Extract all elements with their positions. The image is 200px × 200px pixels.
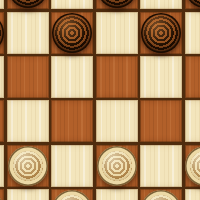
game-viewport [0, 0, 200, 200]
board-square[interactable] [7, 0, 49, 9]
board-square[interactable] [51, 12, 93, 54]
board-square[interactable] [140, 0, 182, 9]
dark-piece[interactable] [185, 0, 200, 8]
board-square[interactable] [7, 189, 49, 200]
board-square[interactable] [51, 56, 93, 98]
board-square[interactable] [0, 145, 4, 187]
board-square[interactable] [185, 100, 200, 142]
light-piece[interactable] [52, 190, 92, 200]
light-piece[interactable] [185, 146, 200, 186]
board-square[interactable] [96, 56, 138, 98]
board-square[interactable] [140, 56, 182, 98]
board-square[interactable] [185, 12, 200, 54]
board-square[interactable] [185, 56, 200, 98]
light-piece[interactable] [97, 146, 137, 186]
board-square[interactable] [140, 189, 182, 200]
board-square[interactable] [96, 0, 138, 9]
board-square[interactable] [51, 145, 93, 187]
board-square[interactable] [51, 0, 93, 9]
board-square[interactable] [185, 0, 200, 9]
board-square[interactable] [140, 100, 182, 142]
light-piece[interactable] [0, 190, 4, 200]
board-square[interactable] [0, 12, 4, 54]
light-piece[interactable] [141, 190, 181, 200]
dark-piece[interactable] [0, 13, 4, 53]
board-square[interactable] [140, 145, 182, 187]
dark-piece[interactable] [8, 0, 48, 8]
board-square[interactable] [0, 189, 4, 200]
dark-piece[interactable] [97, 0, 137, 8]
board-square[interactable] [96, 145, 138, 187]
board-square[interactable] [185, 189, 200, 200]
light-piece[interactable] [8, 146, 48, 186]
board-square[interactable] [0, 56, 4, 98]
board-square[interactable] [140, 12, 182, 54]
checkers-board [0, 0, 200, 200]
board-square[interactable] [0, 0, 4, 9]
board-square[interactable] [96, 12, 138, 54]
board-square[interactable] [7, 56, 49, 98]
board-square[interactable] [185, 145, 200, 187]
dark-piece[interactable] [141, 13, 181, 53]
board-square[interactable] [7, 145, 49, 187]
board-square[interactable] [51, 189, 93, 200]
dark-piece[interactable] [52, 13, 92, 53]
board-square[interactable] [96, 100, 138, 142]
board-square[interactable] [7, 12, 49, 54]
board-square[interactable] [51, 100, 93, 142]
board-square[interactable] [96, 189, 138, 200]
board-square[interactable] [7, 100, 49, 142]
board-square[interactable] [0, 100, 4, 142]
